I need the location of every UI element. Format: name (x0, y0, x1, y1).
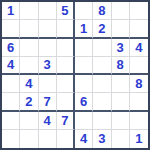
sudoku-cell-r8c2[interactable] (20, 130, 38, 148)
sudoku-cell-r1c5[interactable] (75, 2, 93, 20)
sudoku-cell-r8c8[interactable]: 1 (130, 130, 148, 148)
sudoku-cell-r2c3[interactable] (39, 20, 57, 38)
sudoku-cell-r7c2[interactable] (20, 112, 38, 130)
sudoku-cell-r5c8[interactable]: 8 (130, 75, 148, 93)
sudoku-cell-r6c6[interactable] (93, 93, 111, 111)
sudoku-cell-r5c1[interactable] (2, 75, 20, 93)
sudoku-cell-r6c3[interactable]: 7 (39, 93, 57, 111)
sudoku-cell-r8c5[interactable]: 4 (75, 130, 93, 148)
sudoku-cell-r4c5[interactable] (75, 57, 93, 75)
sudoku-cell-r2c8[interactable] (130, 20, 148, 38)
sudoku-cell-r7c1[interactable] (2, 112, 20, 130)
sudoku-cell-r1c4[interactable]: 5 (57, 2, 75, 20)
sudoku-cell-r1c6[interactable]: 8 (93, 2, 111, 20)
sudoku-cell-r4c4[interactable] (57, 57, 75, 75)
sudoku-cell-r2c1[interactable] (2, 20, 20, 38)
sudoku-cell-r1c2[interactable] (20, 2, 38, 20)
sudoku-cell-r6c1[interactable] (2, 93, 20, 111)
sudoku-cell-r4c1[interactable]: 4 (2, 57, 20, 75)
sudoku-cell-r2c7[interactable] (112, 20, 130, 38)
sudoku-cell-r7c4[interactable]: 7 (57, 112, 75, 130)
sudoku-cell-r5c7[interactable] (112, 75, 130, 93)
sudoku-cell-r4c7[interactable]: 8 (112, 57, 130, 75)
sudoku-cell-r3c2[interactable] (20, 39, 38, 57)
sudoku-cell-r3c5[interactable] (75, 39, 93, 57)
sudoku-cell-r3c3[interactable] (39, 39, 57, 57)
sudoku-cell-r5c2[interactable]: 4 (20, 75, 38, 93)
sudoku-cell-r8c4[interactable] (57, 130, 75, 148)
sudoku-cell-r4c6[interactable] (93, 57, 111, 75)
sudoku-cell-r7c5[interactable] (75, 112, 93, 130)
sudoku-cell-r8c7[interactable] (112, 130, 130, 148)
sudoku-cell-r2c4[interactable] (57, 20, 75, 38)
sudoku-cell-r3c4[interactable] (57, 39, 75, 57)
sudoku-cell-r5c4[interactable] (57, 75, 75, 93)
sudoku-cell-r1c1[interactable]: 1 (2, 2, 20, 20)
sudoku-cell-r6c8[interactable] (130, 93, 148, 111)
sudoku-cell-r2c2[interactable] (20, 20, 38, 38)
sudoku-cell-r1c3[interactable] (39, 2, 57, 20)
sudoku-cell-r6c2[interactable]: 2 (20, 93, 38, 111)
sudoku-cell-r7c8[interactable] (130, 112, 148, 130)
sudoku-cell-r5c6[interactable] (93, 75, 111, 93)
sudoku-cell-r7c6[interactable] (93, 112, 111, 130)
sudoku-cell-r6c5[interactable]: 6 (75, 93, 93, 111)
sudoku-cell-r3c6[interactable] (93, 39, 111, 57)
sudoku-cell-r4c3[interactable]: 3 (39, 57, 57, 75)
sudoku-cell-r3c8[interactable]: 4 (130, 39, 148, 57)
sudoku-cell-r8c3[interactable] (39, 130, 57, 148)
sudoku-cell-r3c1[interactable]: 6 (2, 39, 20, 57)
sudoku-cell-r1c7[interactable] (112, 2, 130, 20)
sudoku-cell-r6c4[interactable] (57, 93, 75, 111)
sudoku-cell-r2c5[interactable]: 1 (75, 20, 93, 38)
sudoku-cell-r3c7[interactable]: 3 (112, 39, 130, 57)
sudoku-cell-r8c1[interactable] (2, 130, 20, 148)
sudoku-cell-r8c6[interactable]: 3 (93, 130, 111, 148)
sudoku-cell-r6c7[interactable] (112, 93, 130, 111)
sudoku-cell-r2c6[interactable]: 2 (93, 20, 111, 38)
sudoku-cell-r1c8[interactable] (130, 2, 148, 20)
sudoku-cell-r4c2[interactable] (20, 57, 38, 75)
sudoku-cell-r4c8[interactable] (130, 57, 148, 75)
sudoku-cell-r5c3[interactable] (39, 75, 57, 93)
sudoku-board: 158126344384827647431 (0, 0, 150, 150)
sudoku-cell-r7c7[interactable] (112, 112, 130, 130)
sudoku-cell-r5c5[interactable] (75, 75, 93, 93)
sudoku-cell-r7c3[interactable]: 4 (39, 112, 57, 130)
